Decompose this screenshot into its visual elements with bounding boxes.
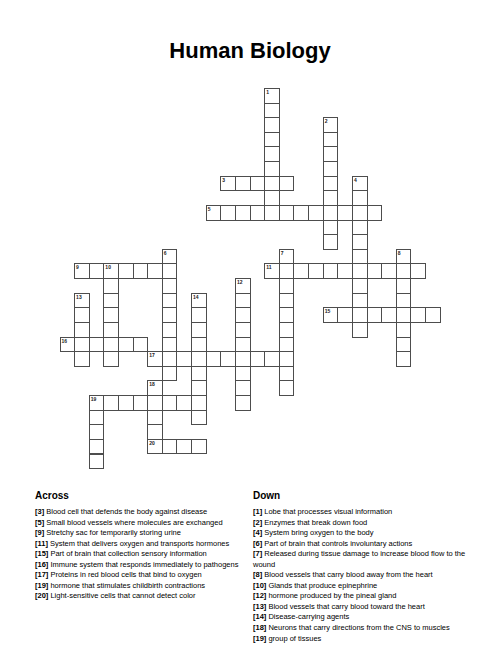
grid-cell [162, 278, 178, 294]
grid-cell [264, 161, 280, 177]
grid-cell [103, 293, 119, 309]
grid-cell [352, 234, 368, 250]
grid-cell [235, 337, 251, 353]
grid-cell: 20 [147, 439, 163, 455]
clue-item: [10] Glands that produce epinephrine [253, 581, 473, 592]
grid-cell: 4 [352, 176, 368, 192]
across-clues-section: Across [3] Blood cell that defends the b… [35, 490, 247, 602]
grid-cell [279, 263, 295, 279]
grid-cell [89, 263, 105, 279]
clue-item: [7] Released during tissue damage to inc… [253, 549, 473, 570]
grid-cell [279, 322, 295, 338]
grid-cell [352, 220, 368, 236]
grid-cell [191, 380, 207, 396]
grid-cell [162, 307, 178, 323]
clue-item: [8] Blood vessels that carry blood away … [253, 570, 473, 581]
grid-cell [381, 307, 397, 323]
grid-cell [323, 220, 339, 236]
grid-cell [89, 439, 105, 455]
grid-cell [367, 263, 383, 279]
clue-item: [19] hormone that stimulates childbirth … [35, 581, 247, 592]
clue-number: 2 [325, 118, 328, 124]
down-clues-section: Down [1] Lobe that processes visual info… [253, 490, 473, 644]
clue-item: [9] Stretchy sac for temporarily storing… [35, 528, 247, 539]
grid-cell [279, 366, 295, 382]
clue-number: 19 [91, 396, 97, 402]
clue-number: 8 [398, 250, 401, 256]
grid-cell [206, 351, 222, 367]
grid-cell: 11 [264, 263, 280, 279]
clue-number: 12 [237, 279, 243, 285]
grid-cell [264, 146, 280, 162]
grid-cell [191, 439, 207, 455]
grid-cell [191, 410, 207, 426]
grid-cell [147, 410, 163, 426]
grid-cell [323, 146, 339, 162]
grid-cell: 14 [191, 293, 207, 309]
grid-cell [162, 337, 178, 353]
grid-cell [147, 424, 163, 440]
grid-cell [352, 205, 368, 221]
clue-number: 10 [105, 264, 111, 270]
grid-cell: 7 [279, 249, 295, 265]
grid-cell: 6 [162, 249, 178, 265]
grid-cell [235, 307, 251, 323]
grid-cell [279, 337, 295, 353]
grid-cell [133, 395, 149, 411]
grid-cell [162, 322, 178, 338]
grid-cell [89, 424, 105, 440]
grid-cell [323, 205, 339, 221]
grid-cell [162, 263, 178, 279]
grid-cell [103, 307, 119, 323]
grid-cell [337, 205, 353, 221]
grid-cell: 17 [147, 351, 163, 367]
grid-cell [250, 351, 266, 367]
grid-cell [367, 205, 383, 221]
grid-cell [352, 278, 368, 294]
down-clue-list: [1] Lobe that processes visual informati… [253, 507, 473, 644]
grid-cell [89, 337, 105, 353]
grid-cell: 19 [89, 395, 105, 411]
grid-cell [381, 263, 397, 279]
grid-cell: 9 [74, 263, 90, 279]
grid-cell [103, 322, 119, 338]
grid-cell [220, 205, 236, 221]
grid-cell [176, 395, 192, 411]
grid-cell [410, 263, 426, 279]
grid-cell [235, 351, 251, 367]
grid-cell: 3 [220, 176, 236, 192]
grid-cell [264, 190, 280, 206]
grid-cell [279, 380, 295, 396]
grid-cell [396, 351, 412, 367]
grid-cell [323, 234, 339, 250]
grid-cell [250, 176, 266, 192]
grid-cell [162, 439, 178, 455]
grid-cell [162, 351, 178, 367]
clue-item: [16] Immune system that responds immedia… [35, 560, 247, 571]
grid-cell [191, 322, 207, 338]
grid-cell [279, 293, 295, 309]
grid-cell [323, 190, 339, 206]
clue-number: 1 [266, 89, 269, 95]
grid-cell [162, 395, 178, 411]
grid-cell: 5 [206, 205, 222, 221]
grid-cell [162, 366, 178, 382]
grid-cell [293, 205, 309, 221]
grid-cell [293, 263, 309, 279]
grid-cell [352, 293, 368, 309]
grid-cell [279, 278, 295, 294]
grid-cell [396, 293, 412, 309]
crossword-grid: 1234567891011121314151617181920 [60, 88, 441, 469]
grid-cell [89, 410, 105, 426]
down-heading: Down [253, 490, 473, 501]
clue-item: [5] Small blood vessels where molecules … [35, 518, 247, 529]
grid-cell [235, 380, 251, 396]
grid-cell [235, 176, 251, 192]
clue-item: [18] Neurons that carry directions from … [253, 623, 473, 634]
grid-cell [337, 263, 353, 279]
grid-cell [74, 337, 90, 353]
grid-cell [323, 161, 339, 177]
grid-cell [162, 293, 178, 309]
clue-number: 11 [266, 264, 271, 270]
grid-cell [396, 322, 412, 338]
grid-cell [191, 351, 207, 367]
clue-item: [13] Blood vessels that carry blood towa… [253, 602, 473, 613]
grid-cell [410, 307, 426, 323]
grid-cell [323, 176, 339, 192]
clue-number: 3 [222, 177, 225, 183]
clue-item: [3] Blood cell that defends the body aga… [35, 507, 247, 518]
grid-cell: 15 [323, 307, 339, 323]
grid-cell: 1 [264, 88, 280, 104]
grid-cell [74, 351, 90, 367]
grid-cell [425, 307, 441, 323]
grid-cell [147, 395, 163, 411]
grid-cell [323, 263, 339, 279]
clue-number: 17 [149, 352, 155, 358]
grid-cell [264, 103, 280, 119]
grid-cell [396, 307, 412, 323]
grid-cell [323, 132, 339, 148]
clue-item: [19] group of tissues [253, 634, 473, 645]
grid-cell [147, 263, 163, 279]
clue-number: 7 [281, 250, 284, 256]
grid-cell [191, 307, 207, 323]
grid-cell: 2 [323, 117, 339, 133]
grid-cell: 13 [74, 293, 90, 309]
grid-cell: 12 [235, 278, 251, 294]
grid-cell [264, 351, 280, 367]
grid-cell [352, 263, 368, 279]
clue-number: 14 [193, 294, 199, 300]
grid-cell [279, 351, 295, 367]
grid-cell [279, 307, 295, 323]
clue-item: [4] System bring oxygen to the body [253, 528, 473, 539]
grid-cell [118, 263, 134, 279]
grid-cell [352, 190, 368, 206]
grid-cell [308, 205, 324, 221]
grid-cell: 16 [60, 337, 76, 353]
clue-number: 6 [164, 250, 167, 256]
clue-item: [17] Proteins in red blood cells that bi… [35, 570, 247, 581]
grid-cell [220, 351, 236, 367]
clue-number: 13 [76, 294, 82, 300]
puzzle-title: Human Biology [0, 38, 500, 64]
grid-cell [352, 249, 368, 265]
grid-cell [89, 454, 105, 470]
grid-cell [235, 395, 251, 411]
grid-cell [264, 176, 280, 192]
clue-item: [12] hormone produced by the pineal glan… [253, 591, 473, 602]
grid-cell [264, 205, 280, 221]
clue-number: 16 [62, 338, 68, 344]
grid-cell [74, 322, 90, 338]
clue-number: 4 [354, 177, 357, 183]
grid-cell [176, 351, 192, 367]
grid-cell [308, 263, 324, 279]
clue-number: 18 [149, 381, 155, 387]
grid-cell [191, 337, 207, 353]
clue-number: 9 [76, 264, 79, 270]
grid-cell [352, 307, 368, 323]
grid-cell [396, 337, 412, 353]
grid-cell [250, 205, 266, 221]
grid-cell [191, 395, 207, 411]
clue-number: 15 [325, 308, 331, 314]
grid-cell [235, 205, 251, 221]
grid-cell [367, 307, 383, 323]
crossword-page: Human Biology 12345678910111213141516171… [0, 0, 500, 647]
grid-cell [396, 278, 412, 294]
grid-cell [103, 337, 119, 353]
clue-item: [11] System that delivers oxygen and tra… [35, 539, 247, 550]
grid-cell [191, 366, 207, 382]
grid-cell [118, 395, 134, 411]
clue-item: [14] Disease-carrying agents [253, 612, 473, 623]
grid-cell [264, 117, 280, 133]
clue-number: 20 [149, 440, 155, 446]
grid-cell: 10 [103, 263, 119, 279]
clue-item: [2] Enzymes that break down food [253, 518, 473, 529]
across-heading: Across [35, 490, 247, 501]
clue-number: 5 [208, 206, 211, 212]
grid-cell [235, 322, 251, 338]
grid-cell [133, 263, 149, 279]
grid-cell [133, 337, 149, 353]
grid-cell [264, 132, 280, 148]
clue-item: [20] Light-sensitive cells that cannot d… [35, 591, 247, 602]
grid-cell [103, 351, 119, 367]
clue-item: [15] Part of brain that collection senso… [35, 549, 247, 560]
grid-cell [235, 366, 251, 382]
grid-cell [235, 293, 251, 309]
grid-cell [103, 278, 119, 294]
grid-cell: 18 [147, 380, 163, 396]
grid-cell [74, 307, 90, 323]
clue-item: [1] Lobe that processes visual informati… [253, 507, 473, 518]
grid-cell [279, 176, 295, 192]
grid-cell [103, 395, 119, 411]
grid-cell [118, 337, 134, 353]
grid-cell [352, 322, 368, 338]
grid-cell: 8 [396, 249, 412, 265]
grid-cell [279, 205, 295, 221]
clue-item: [6] Part of brain that controls involunt… [253, 539, 473, 550]
grid-cell [176, 439, 192, 455]
grid-cell [337, 307, 353, 323]
across-clue-list: [3] Blood cell that defends the body aga… [35, 507, 247, 602]
grid-cell [396, 263, 412, 279]
